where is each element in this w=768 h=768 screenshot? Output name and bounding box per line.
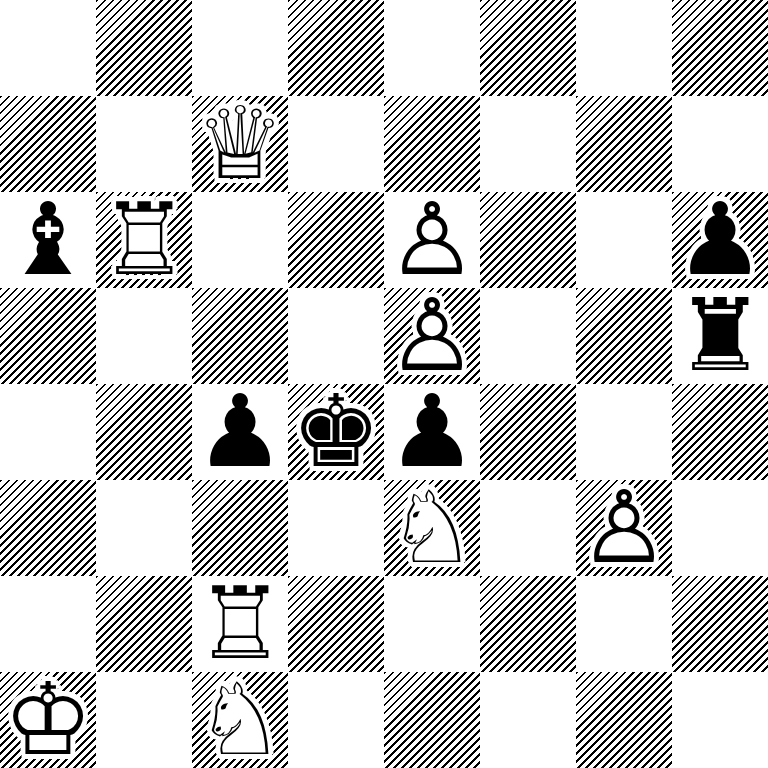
black-king-piece[interactable]: ♚ [288,384,384,480]
white-queen-piece[interactable]: ♕ [192,96,288,192]
square-e2[interactable] [384,576,480,672]
square-a7[interactable] [0,96,96,192]
square-g5[interactable] [576,288,672,384]
square-h1[interactable] [672,672,768,768]
square-d7[interactable] [288,96,384,192]
square-d4[interactable]: ♚♚ [288,384,384,480]
white-rook-piece[interactable]: ♖ [192,576,288,672]
black-rook-piece[interactable]: ♜ [672,288,768,384]
square-h4[interactable] [672,384,768,480]
square-f7[interactable] [480,96,576,192]
chess-board: ♛♕♝♝♜♖♟♙♟♟♟♙♜♜♟♟♚♚♟♟♞♘♟♙♜♖♚♔♞♘ [0,0,768,768]
square-e3[interactable]: ♞♘ [384,480,480,576]
square-d6[interactable] [288,192,384,288]
square-d3[interactable] [288,480,384,576]
square-c1[interactable]: ♞♘ [192,672,288,768]
square-d1[interactable] [288,672,384,768]
square-g3[interactable]: ♟♙ [576,480,672,576]
square-b7[interactable] [96,96,192,192]
square-b3[interactable] [96,480,192,576]
square-b4[interactable] [96,384,192,480]
square-g2[interactable] [576,576,672,672]
square-e5[interactable]: ♟♙ [384,288,480,384]
square-f8[interactable] [480,0,576,96]
square-a5[interactable] [0,288,96,384]
square-c2[interactable]: ♜♖ [192,576,288,672]
square-f6[interactable] [480,192,576,288]
square-h6[interactable]: ♟♟ [672,192,768,288]
black-pawn-piece[interactable]: ♟ [384,384,480,480]
square-f4[interactable] [480,384,576,480]
square-g1[interactable] [576,672,672,768]
square-a1[interactable]: ♚♔ [0,672,96,768]
square-a6[interactable]: ♝♝ [0,192,96,288]
square-d5[interactable] [288,288,384,384]
square-a3[interactable] [0,480,96,576]
white-knight-piece[interactable]: ♘ [384,480,480,576]
square-b8[interactable] [96,0,192,96]
square-e1[interactable] [384,672,480,768]
square-b2[interactable] [96,576,192,672]
square-f1[interactable] [480,672,576,768]
square-b1[interactable] [96,672,192,768]
square-c8[interactable] [192,0,288,96]
square-e8[interactable] [384,0,480,96]
white-king-piece[interactable]: ♔ [0,672,96,768]
square-c5[interactable] [192,288,288,384]
square-e7[interactable] [384,96,480,192]
black-bishop-piece[interactable]: ♝ [0,192,96,288]
black-pawn-piece[interactable]: ♟ [192,384,288,480]
square-g4[interactable] [576,384,672,480]
square-f2[interactable] [480,576,576,672]
square-e4[interactable]: ♟♟ [384,384,480,480]
square-c7[interactable]: ♛♕ [192,96,288,192]
square-a4[interactable] [0,384,96,480]
square-h8[interactable] [672,0,768,96]
white-pawn-piece[interactable]: ♙ [576,480,672,576]
square-c4[interactable]: ♟♟ [192,384,288,480]
square-g7[interactable] [576,96,672,192]
square-a2[interactable] [0,576,96,672]
black-pawn-piece[interactable]: ♟ [672,192,768,288]
square-f3[interactable] [480,480,576,576]
square-b5[interactable] [96,288,192,384]
white-pawn-piece[interactable]: ♙ [384,192,480,288]
square-a8[interactable] [0,0,96,96]
white-knight-piece[interactable]: ♘ [192,672,288,768]
square-f5[interactable] [480,288,576,384]
square-h5[interactable]: ♜♜ [672,288,768,384]
square-c6[interactable] [192,192,288,288]
square-g8[interactable] [576,0,672,96]
white-rook-piece[interactable]: ♖ [96,192,192,288]
square-h3[interactable] [672,480,768,576]
square-b6[interactable]: ♜♖ [96,192,192,288]
square-h2[interactable] [672,576,768,672]
square-h7[interactable] [672,96,768,192]
square-g6[interactable] [576,192,672,288]
square-d2[interactable] [288,576,384,672]
square-c3[interactable] [192,480,288,576]
white-pawn-piece[interactable]: ♙ [384,288,480,384]
square-d8[interactable] [288,0,384,96]
square-e6[interactable]: ♟♙ [384,192,480,288]
